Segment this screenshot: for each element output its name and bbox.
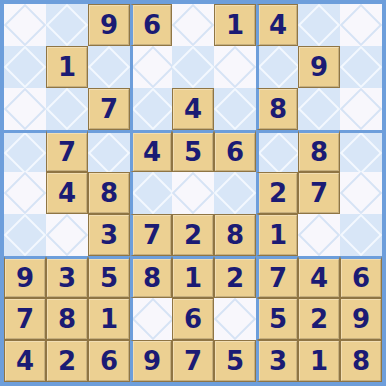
given-digit: 1	[58, 54, 76, 80]
sudoku-cell-r5c5[interactable]	[172, 172, 214, 214]
given-digit: 3	[100, 222, 118, 248]
empty-cell-diamond-icon	[4, 172, 46, 214]
given-digit: 4	[310, 265, 328, 291]
given-digit: 3	[58, 265, 76, 291]
given-digit: 8	[58, 306, 76, 332]
empty-cell-diamond-icon	[88, 46, 130, 88]
sudoku-cell-r9c3: 6	[88, 340, 130, 382]
given-digit: 1	[269, 222, 287, 248]
given-digit: 2	[310, 306, 328, 332]
given-digit: 4	[58, 180, 76, 206]
sudoku-cell-r8c4[interactable]	[130, 298, 172, 340]
sudoku-cell-r6c5: 2	[172, 214, 214, 256]
empty-cell-diamond-icon	[340, 131, 382, 172]
sudoku-cell-r5c1[interactable]	[4, 172, 46, 214]
sudoku-cell-r9c1: 4	[4, 340, 46, 382]
sudoku-cell-r4c8: 8	[298, 130, 340, 172]
sudoku-cell-r3c6[interactable]	[214, 88, 256, 130]
empty-cell-diamond-icon	[214, 88, 256, 130]
sudoku-cell-r5c8: 7	[298, 172, 340, 214]
sudoku-cell-r2c5[interactable]	[172, 46, 214, 88]
empty-cell-diamond-icon	[131, 172, 172, 214]
sudoku-cell-r4c3[interactable]	[88, 130, 130, 172]
empty-cell-diamond-icon	[172, 46, 214, 88]
sudoku-cell-r9c4: 9	[130, 340, 172, 382]
sudoku-cell-r1c9[interactable]	[340, 4, 382, 46]
sudoku-cell-r6c8[interactable]	[298, 214, 340, 256]
sudoku-cell-r4c4: 4	[130, 130, 172, 172]
given-digit: 6	[226, 139, 244, 165]
given-digit: 7	[143, 222, 161, 248]
sudoku-cell-r2c1[interactable]	[4, 46, 46, 88]
given-digit: 8	[352, 348, 370, 374]
empty-cell-diamond-icon	[298, 214, 340, 256]
given-digit: 7	[310, 180, 328, 206]
sudoku-cell-r7c4: 8	[130, 256, 172, 298]
sudoku-cell-r6c9[interactable]	[340, 214, 382, 256]
empty-cell-diamond-icon	[340, 4, 382, 46]
empty-cell-diamond-icon	[4, 4, 46, 46]
given-digit: 8	[226, 222, 244, 248]
sudoku-cell-r3c7: 8	[256, 88, 298, 130]
sudoku-cell-r8c3: 1	[88, 298, 130, 340]
given-digit: 1	[310, 348, 328, 374]
sudoku-cell-r1c8[interactable]	[298, 4, 340, 46]
given-digit: 2	[226, 265, 244, 291]
given-digit: 5	[269, 306, 287, 332]
empty-cell-diamond-icon	[214, 46, 256, 88]
sudoku-cell-r7c9: 6	[340, 256, 382, 298]
given-digit: 9	[310, 54, 328, 80]
sudoku-cell-r6c4: 7	[130, 214, 172, 256]
given-digit: 3	[269, 348, 287, 374]
empty-cell-diamond-icon	[298, 88, 340, 130]
empty-cell-diamond-icon	[214, 172, 256, 214]
sudoku-cell-r1c6: 1	[214, 4, 256, 46]
given-digit: 7	[100, 96, 118, 122]
given-digit: 7	[58, 139, 76, 165]
sudoku-cell-r2c9[interactable]	[340, 46, 382, 88]
sudoku-cell-r3c8[interactable]	[298, 88, 340, 130]
sudoku-cell-r6c7: 1	[256, 214, 298, 256]
empty-cell-diamond-icon	[46, 4, 88, 46]
sudoku-cell-r1c2[interactable]	[46, 4, 88, 46]
sudoku-cell-r4c6: 6	[214, 130, 256, 172]
sudoku-cell-r2c6[interactable]	[214, 46, 256, 88]
sudoku-cell-r6c1[interactable]	[4, 214, 46, 256]
empty-cell-diamond-icon	[131, 88, 172, 130]
given-digit: 7	[16, 306, 34, 332]
sudoku-cell-r4c2: 7	[46, 130, 88, 172]
empty-cell-diamond-icon	[257, 46, 298, 88]
given-digit: 7	[184, 348, 202, 374]
sudoku-cell-r6c6: 8	[214, 214, 256, 256]
given-digit: 8	[143, 265, 161, 291]
empty-cell-diamond-icon	[340, 172, 382, 214]
sudoku-cell-r7c1: 9	[4, 256, 46, 298]
empty-cell-diamond-icon	[4, 88, 46, 130]
empty-cell-diamond-icon	[172, 4, 214, 46]
sudoku-cell-r4c1[interactable]	[4, 130, 46, 172]
sudoku-cell-r9c8: 1	[298, 340, 340, 382]
given-digit: 7	[269, 265, 287, 291]
sudoku-cell-r5c9[interactable]	[340, 172, 382, 214]
empty-cell-diamond-icon	[131, 46, 172, 88]
sudoku-cell-r1c3: 9	[88, 4, 130, 46]
empty-cell-diamond-icon	[4, 131, 46, 172]
sudoku-cell-r2c7[interactable]	[256, 46, 298, 88]
given-digit: 9	[143, 348, 161, 374]
empty-cell-diamond-icon	[131, 298, 172, 340]
sudoku-cell-r1c5[interactable]	[172, 4, 214, 46]
given-digit: 8	[310, 139, 328, 165]
sudoku-cell-r7c8: 4	[298, 256, 340, 298]
sudoku-cell-r9c2: 2	[46, 340, 88, 382]
given-digit: 6	[184, 306, 202, 332]
given-digit: 8	[269, 96, 287, 122]
sudoku-cell-r3c3: 7	[88, 88, 130, 130]
sudoku-cell-r4c9[interactable]	[340, 130, 382, 172]
given-digit: 1	[100, 306, 118, 332]
sudoku-cell-r3c4[interactable]	[130, 88, 172, 130]
given-digit: 2	[58, 348, 76, 374]
sudoku-cell-r8c9: 9	[340, 298, 382, 340]
sudoku-cell-r8c5: 6	[172, 298, 214, 340]
sudoku-cell-r5c7: 2	[256, 172, 298, 214]
empty-cell-diamond-icon	[340, 88, 382, 130]
given-digit: 2	[184, 222, 202, 248]
sudoku-cell-r1c4: 6	[130, 4, 172, 46]
given-digit: 6	[100, 348, 118, 374]
sudoku-cell-r1c7: 4	[256, 4, 298, 46]
sudoku-cell-r9c5: 7	[172, 340, 214, 382]
given-digit: 8	[100, 180, 118, 206]
empty-cell-diamond-icon	[298, 4, 340, 46]
empty-cell-diamond-icon	[340, 46, 382, 88]
sudoku-cell-r2c4[interactable]	[130, 46, 172, 88]
sudoku-cell-r5c2: 4	[46, 172, 88, 214]
sudoku-cell-r5c6[interactable]	[214, 172, 256, 214]
given-digit: 1	[184, 265, 202, 291]
given-digit: 4	[269, 12, 287, 38]
empty-cell-diamond-icon	[257, 131, 298, 172]
sudoku-cell-r4c7[interactable]	[256, 130, 298, 172]
sudoku-cell-r3c2[interactable]	[46, 88, 88, 130]
given-digit: 4	[184, 96, 202, 122]
empty-cell-diamond-icon	[172, 172, 214, 214]
given-digit: 4	[143, 139, 161, 165]
empty-cell-diamond-icon	[46, 214, 88, 256]
sudoku-cell-r2c3[interactable]	[88, 46, 130, 88]
given-digit: 1	[226, 12, 244, 38]
sudoku-cell-r6c2[interactable]	[46, 214, 88, 256]
sudoku-cell-r7c2: 3	[46, 256, 88, 298]
given-digit: 5	[184, 139, 202, 165]
sudoku-cell-r5c4[interactable]	[130, 172, 172, 214]
sudoku-cell-r8c7: 5	[256, 298, 298, 340]
sudoku-cell-r8c6[interactable]	[214, 298, 256, 340]
sudoku-cell-r5c3: 8	[88, 172, 130, 214]
sudoku-cell-r8c8: 2	[298, 298, 340, 340]
sudoku-cell-r9c9: 8	[340, 340, 382, 382]
sudoku-cell-r7c3: 5	[88, 256, 130, 298]
sudoku-cell-r6c3: 3	[88, 214, 130, 256]
empty-cell-diamond-icon	[46, 88, 88, 130]
sudoku-cell-r7c6: 2	[214, 256, 256, 298]
sudoku-cell-r8c2: 8	[46, 298, 88, 340]
sudoku-cell-r9c7: 3	[256, 340, 298, 382]
given-digit: 5	[100, 265, 118, 291]
sudoku-cell-r3c9[interactable]	[340, 88, 382, 130]
given-digit: 9	[100, 12, 118, 38]
sudoku-cell-r3c1[interactable]	[4, 88, 46, 130]
sudoku-cell-r1c1[interactable]	[4, 4, 46, 46]
sudoku-cell-r8c1: 7	[4, 298, 46, 340]
sudoku-cell-r4c5: 5	[172, 130, 214, 172]
sudoku-cell-r7c7: 7	[256, 256, 298, 298]
sudoku-cell-r3c5: 4	[172, 88, 214, 130]
given-digit: 4	[16, 348, 34, 374]
empty-cell-diamond-icon	[88, 131, 130, 172]
sudoku-board: 9614197487456848273728193581274678165294…	[0, 0, 386, 386]
sudoku-cell-r9c6: 5	[214, 340, 256, 382]
given-digit: 9	[16, 265, 34, 291]
sudoku-cell-r2c2: 1	[46, 46, 88, 88]
given-digit: 6	[143, 12, 161, 38]
empty-cell-diamond-icon	[4, 214, 46, 256]
empty-cell-diamond-icon	[4, 46, 46, 88]
given-digit: 2	[269, 180, 287, 206]
sudoku-cell-r7c5: 1	[172, 256, 214, 298]
sudoku-cell-r2c8: 9	[298, 46, 340, 88]
given-digit: 6	[352, 265, 370, 291]
empty-cell-diamond-icon	[214, 298, 256, 340]
given-digit: 9	[352, 306, 370, 332]
given-digit: 5	[226, 348, 244, 374]
empty-cell-diamond-icon	[340, 214, 382, 256]
